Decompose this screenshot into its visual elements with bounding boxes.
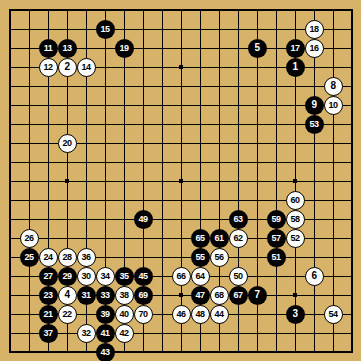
move-number: 48 [195, 310, 204, 319]
move-number: 10 [328, 101, 337, 110]
stone-black-43[interactable]: 43 [96, 343, 115, 361]
move-number: 53 [309, 120, 318, 129]
stone-black-69[interactable]: 69 [134, 286, 153, 305]
stone-white-10[interactable]: 10 [324, 96, 343, 115]
move-number: 16 [309, 44, 318, 53]
move-number: 70 [138, 310, 147, 319]
move-number: 23 [43, 291, 52, 300]
stone-black-35[interactable]: 35 [115, 267, 134, 286]
stone-white-14[interactable]: 14 [77, 58, 96, 77]
stone-black-29[interactable]: 29 [58, 267, 77, 286]
move-number: 57 [271, 234, 280, 243]
stone-white-8[interactable]: 8 [324, 77, 343, 96]
stone-white-54[interactable]: 54 [324, 305, 343, 324]
move-number: 56 [214, 253, 223, 262]
move-number: 63 [233, 215, 242, 224]
stone-white-20[interactable]: 20 [58, 134, 77, 153]
move-number: 27 [43, 272, 52, 281]
stone-black-55[interactable]: 55 [191, 248, 210, 267]
move-number: 46 [176, 310, 185, 319]
stone-white-70[interactable]: 70 [134, 305, 153, 324]
move-number: 69 [138, 291, 147, 300]
stone-black-63[interactable]: 63 [229, 210, 248, 229]
stone-black-19[interactable]: 19 [115, 39, 134, 58]
move-number: 45 [138, 272, 147, 281]
stone-white-48[interactable]: 48 [191, 305, 210, 324]
move-number: 6 [311, 271, 316, 281]
stone-white-40[interactable]: 40 [115, 305, 134, 324]
stone-white-38[interactable]: 38 [115, 286, 134, 305]
move-number: 24 [43, 253, 52, 262]
stone-black-7[interactable]: 7 [248, 286, 267, 305]
move-number: 33 [100, 291, 109, 300]
move-number: 54 [328, 310, 337, 319]
stone-black-59[interactable]: 59 [267, 210, 286, 229]
stone-white-46[interactable]: 46 [172, 305, 191, 324]
stone-black-51[interactable]: 51 [267, 248, 286, 267]
move-number: 60 [290, 196, 299, 205]
star-point [179, 65, 183, 69]
move-number: 15 [100, 25, 109, 34]
stone-white-44[interactable]: 44 [210, 305, 229, 324]
move-number: 41 [100, 329, 109, 338]
move-number: 44 [214, 310, 223, 319]
move-number: 14 [81, 63, 90, 72]
move-number: 40 [119, 310, 128, 319]
move-number: 65 [195, 234, 204, 243]
move-number: 62 [233, 234, 242, 243]
stone-black-67[interactable]: 67 [229, 286, 248, 305]
stone-black-17[interactable]: 17 [286, 39, 305, 58]
move-number: 61 [214, 234, 223, 243]
stone-white-62[interactable]: 62 [229, 229, 248, 248]
stone-white-64[interactable]: 64 [191, 267, 210, 286]
stone-black-27[interactable]: 27 [39, 267, 58, 286]
move-number: 20 [62, 139, 71, 148]
stone-black-13[interactable]: 13 [58, 39, 77, 58]
move-number: 22 [62, 310, 71, 319]
move-number: 19 [119, 44, 128, 53]
stone-black-37[interactable]: 37 [39, 324, 58, 343]
go-board[interactable]: 1234567891011121314151617181920212223242… [0, 0, 361, 361]
stone-black-21[interactable]: 21 [39, 305, 58, 324]
move-number: 31 [81, 291, 90, 300]
move-number: 52 [290, 234, 299, 243]
stone-black-39[interactable]: 39 [96, 305, 115, 324]
stone-black-5[interactable]: 5 [248, 39, 267, 58]
move-number: 59 [271, 215, 280, 224]
stone-black-31[interactable]: 31 [77, 286, 96, 305]
move-number: 30 [81, 272, 90, 281]
move-number: 7 [254, 290, 259, 300]
stone-black-3[interactable]: 3 [286, 305, 305, 324]
star-point [179, 179, 183, 183]
move-number: 21 [43, 310, 52, 319]
stone-white-12[interactable]: 12 [39, 58, 58, 77]
move-number: 38 [119, 291, 128, 300]
stone-white-16[interactable]: 16 [305, 39, 324, 58]
move-number: 67 [233, 291, 242, 300]
move-number: 4 [64, 290, 69, 300]
stone-black-47[interactable]: 47 [191, 286, 210, 305]
star-point [65, 179, 69, 183]
stone-black-23[interactable]: 23 [39, 286, 58, 305]
move-number: 64 [195, 272, 204, 281]
stone-white-4[interactable]: 4 [58, 286, 77, 305]
move-number: 2 [64, 62, 69, 72]
stone-black-41[interactable]: 41 [96, 324, 115, 343]
move-number: 68 [214, 291, 223, 300]
star-point [293, 179, 297, 183]
stone-white-58[interactable]: 58 [286, 210, 305, 229]
move-number: 39 [100, 310, 109, 319]
stone-white-68[interactable]: 68 [210, 286, 229, 305]
move-number: 49 [138, 215, 147, 224]
move-number: 50 [233, 272, 242, 281]
stone-black-15[interactable]: 15 [96, 20, 115, 39]
stone-grid[interactable]: 1234567891011121314151617181920212223242… [1, 1, 361, 361]
stone-black-11[interactable]: 11 [39, 39, 58, 58]
stone-black-9[interactable]: 9 [305, 96, 324, 115]
stone-white-24[interactable]: 24 [39, 248, 58, 267]
move-number: 18 [309, 25, 318, 34]
move-number: 12 [43, 63, 52, 72]
star-point [179, 293, 183, 297]
move-number: 32 [81, 329, 90, 338]
stone-white-26[interactable]: 26 [20, 229, 39, 248]
move-number: 3 [292, 309, 297, 319]
stone-black-33[interactable]: 33 [96, 286, 115, 305]
move-number: 28 [62, 253, 71, 262]
stone-white-66[interactable]: 66 [172, 267, 191, 286]
move-number: 17 [290, 44, 299, 53]
stone-black-65[interactable]: 65 [191, 229, 210, 248]
stone-white-22[interactable]: 22 [58, 305, 77, 324]
stone-white-36[interactable]: 36 [77, 248, 96, 267]
move-number: 5 [254, 43, 259, 53]
move-number: 42 [119, 329, 128, 338]
stone-black-49[interactable]: 49 [134, 210, 153, 229]
stone-white-34[interactable]: 34 [96, 267, 115, 286]
move-number: 25 [24, 253, 33, 262]
stone-black-57[interactable]: 57 [267, 229, 286, 248]
move-number: 34 [100, 272, 109, 281]
move-number: 66 [176, 272, 185, 281]
move-number: 51 [271, 253, 280, 262]
move-number: 11 [44, 44, 53, 53]
move-number: 43 [100, 348, 109, 357]
stone-white-42[interactable]: 42 [115, 324, 134, 343]
stone-white-2[interactable]: 2 [58, 58, 77, 77]
move-number: 13 [62, 44, 71, 53]
stone-black-53[interactable]: 53 [305, 115, 324, 134]
move-number: 26 [24, 234, 33, 243]
stone-white-50[interactable]: 50 [229, 267, 248, 286]
move-number: 58 [290, 215, 299, 224]
move-number: 37 [43, 329, 52, 338]
stone-white-6[interactable]: 6 [305, 267, 324, 286]
stone-white-60[interactable]: 60 [286, 191, 305, 210]
stone-black-1[interactable]: 1 [286, 58, 305, 77]
stone-white-52[interactable]: 52 [286, 229, 305, 248]
stone-white-30[interactable]: 30 [77, 267, 96, 286]
stone-white-32[interactable]: 32 [77, 324, 96, 343]
move-number: 47 [195, 291, 204, 300]
stone-black-25[interactable]: 25 [20, 248, 39, 267]
move-number: 8 [330, 81, 335, 91]
move-number: 29 [62, 272, 71, 281]
move-number: 36 [81, 253, 90, 262]
stone-white-56[interactable]: 56 [210, 248, 229, 267]
stone-white-28[interactable]: 28 [58, 248, 77, 267]
stone-black-45[interactable]: 45 [134, 267, 153, 286]
stone-white-18[interactable]: 18 [305, 20, 324, 39]
move-number: 55 [195, 253, 204, 262]
star-point [293, 293, 297, 297]
move-number: 35 [119, 272, 128, 281]
move-number: 9 [311, 100, 316, 110]
stone-black-61[interactable]: 61 [210, 229, 229, 248]
move-number: 1 [292, 62, 297, 72]
